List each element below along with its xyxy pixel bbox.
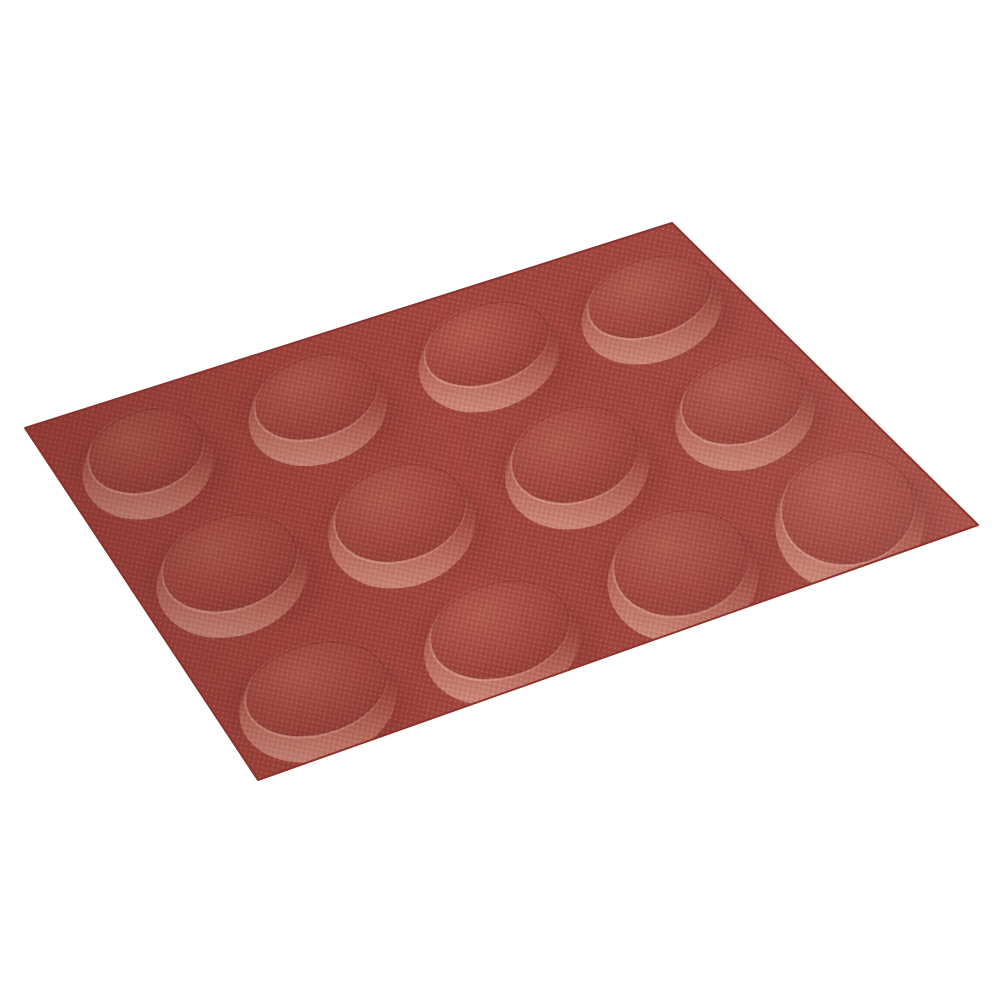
product-photo: [0, 0, 1000, 1000]
photo-canvas: [0, 0, 1000, 1000]
lighting-overlay: [25, 223, 978, 780]
mat-surface: [25, 223, 978, 780]
